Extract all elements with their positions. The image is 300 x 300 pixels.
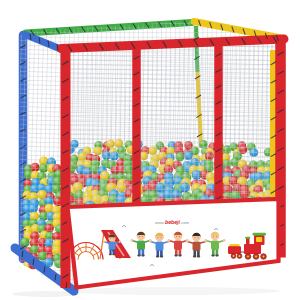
logo-suffix: .com: [180, 220, 190, 225]
logo-prefix: www.: [155, 220, 165, 225]
logo-brand: bebeji: [165, 219, 181, 225]
net-front: [58, 38, 286, 213]
ball-pit-scene: www.bebeji.com: [0, 0, 300, 300]
logo-text: www.bebeji.com: [155, 219, 190, 225]
ground-shadow: [64, 287, 280, 295]
product-photo-ball-pit: www.bebeji.com: [0, 0, 300, 300]
